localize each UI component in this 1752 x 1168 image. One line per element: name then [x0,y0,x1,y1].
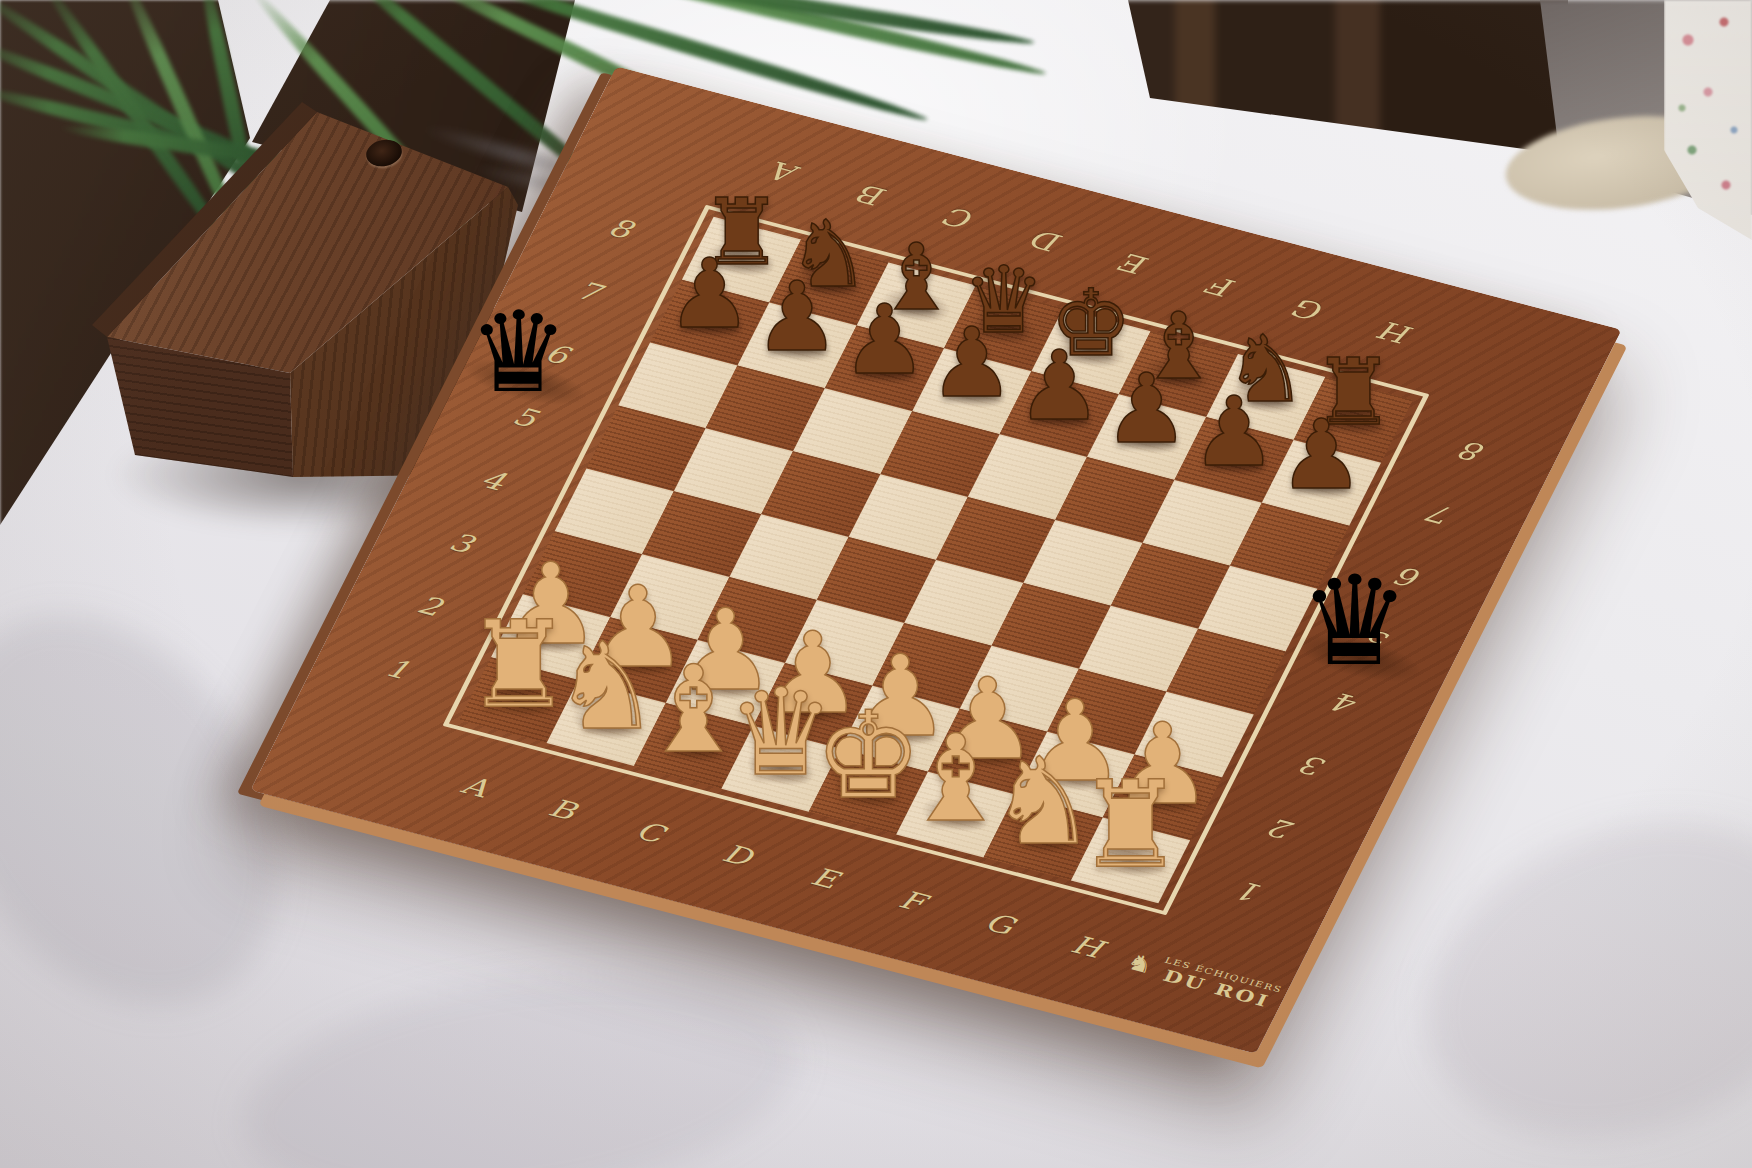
light-n-g1: ♞ [997,755,1090,848]
maker-logo: ♞ LES ÉCHIQUIERS DU ROI [1097,941,1308,1019]
rank-label-left-3: 3 [423,515,500,570]
file-label-bottom-f: F [874,873,951,928]
dark-p-d7: ♟ [925,316,1018,409]
knight-rider-icon: ♞ [1123,950,1159,977]
cloth-fold-shadow [0,552,348,1067]
cloth-fold-shadow [227,942,812,1168]
dark-p-a7: ♟ [663,247,756,340]
spare-dark-queen: ♛ [469,302,569,402]
file-label-bottom-a: A [437,759,514,814]
dark-p-c7: ♟ [838,293,931,386]
dark-p-g7: ♟ [1187,385,1280,478]
dark-p-h7: ♟ [1275,408,1368,501]
dark-p-b7: ♟ [751,270,844,363]
square-h1: ♜ [1071,817,1190,903]
rank-label-right-2: 2 [1245,801,1322,856]
rank-label-left-4: 4 [455,452,532,507]
light-r-a1: ♜ [472,618,565,711]
rank-label-left-8: 8 [582,200,659,255]
scene: ♜♞♝♛♚♝♞♜♟♟♟♟♟♟♟♟♟♟♟♟♟♟♟♟♜♞♝♛♚♝♞♜ AA11BB2… [0,0,1752,1168]
cloth-fold-shadow [1381,767,1752,1168]
spare-light-queen: ♛ [1305,571,1405,671]
file-label-bottom-b: B [524,782,601,837]
board-grid: ♜♞♝♛♚♝♞♜♟♟♟♟♟♟♟♟♟♟♟♟♟♟♟♟♜♞♝♛♚♝♞♜ [459,217,1413,904]
dark-p-e7: ♟ [1013,339,1106,432]
rank-label-left-2: 2 [391,578,468,633]
light-b-c1: ♝ [647,663,740,756]
light-n-b1: ♞ [560,640,653,733]
rank-label-left-1: 1 [360,641,437,696]
light-q-d1: ♛ [734,686,827,779]
light-b-f1: ♝ [909,732,1002,825]
rank-label-right-3: 3 [1276,738,1353,793]
rank-label-right-1: 1 [1213,864,1290,919]
file-label-bottom-g: G [961,896,1038,951]
file-label-bottom-c: C [612,804,689,859]
rank-label-right-7: 7 [1404,487,1481,542]
floral-curtain [1664,0,1752,262]
file-label-bottom-e: E [786,850,863,905]
rank-label-right-8: 8 [1435,424,1512,479]
light-k-e1: ♚ [822,709,915,802]
light-r-h1: ♜ [1084,778,1177,871]
dark-p-f7: ♟ [1100,362,1193,455]
file-label-bottom-d: D [699,827,776,882]
